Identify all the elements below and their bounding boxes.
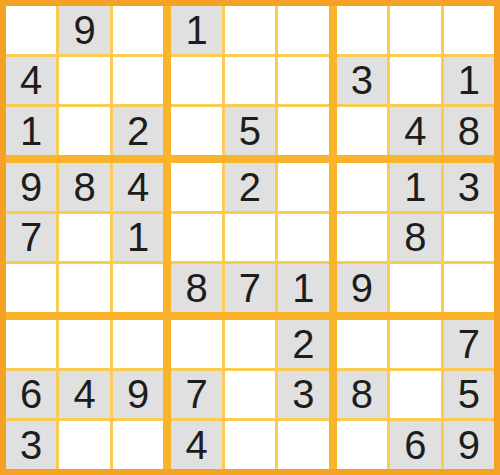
cell-r4c7[interactable] xyxy=(337,163,387,211)
cell-r5c3: 1 xyxy=(113,214,163,262)
cell-r5c9[interactable] xyxy=(444,214,494,262)
block-r1c2: 15 xyxy=(171,6,328,155)
cell-r9c6[interactable] xyxy=(278,421,328,469)
cell-r3c8: 4 xyxy=(390,107,440,155)
cell-r5c6[interactable] xyxy=(278,214,328,262)
cell-r2c8[interactable] xyxy=(390,57,440,105)
cell-r4c4[interactable] xyxy=(171,163,221,211)
cell-r9c4: 4 xyxy=(171,421,221,469)
cell-r1c1[interactable] xyxy=(6,6,56,54)
cell-r6c3[interactable] xyxy=(113,264,163,312)
cell-r3c9: 8 xyxy=(444,107,494,155)
cell-r7c6: 2 xyxy=(278,320,328,368)
cell-r9c2[interactable] xyxy=(59,421,109,469)
cell-r3c6[interactable] xyxy=(278,107,328,155)
cell-r7c9: 7 xyxy=(444,320,494,368)
cell-r6c4: 8 xyxy=(171,264,221,312)
cell-r1c3[interactable] xyxy=(113,6,163,54)
cell-r3c4[interactable] xyxy=(171,107,221,155)
cell-r1c5[interactable] xyxy=(225,6,275,54)
cell-r3c5: 5 xyxy=(225,107,275,155)
cell-r8c8[interactable] xyxy=(390,371,440,419)
cell-r8c3: 9 xyxy=(113,371,163,419)
cell-r1c6[interactable] xyxy=(278,6,328,54)
cell-r8c9: 5 xyxy=(444,371,494,419)
cell-r7c4[interactable] xyxy=(171,320,221,368)
cell-r8c2: 4 xyxy=(59,371,109,419)
cell-r2c9: 1 xyxy=(444,57,494,105)
cell-r6c6: 1 xyxy=(278,264,328,312)
cell-r4c9: 3 xyxy=(444,163,494,211)
cell-r8c5[interactable] xyxy=(225,371,275,419)
cell-r4c6[interactable] xyxy=(278,163,328,211)
block-r3c1: 6493 xyxy=(6,320,163,469)
cell-r1c9[interactable] xyxy=(444,6,494,54)
block-r3c3: 78569 xyxy=(337,320,494,469)
cell-r4c2: 8 xyxy=(59,163,109,211)
cell-r1c8[interactable] xyxy=(390,6,440,54)
sudoku-board: 941215314898471287113896493273478569 xyxy=(0,0,500,475)
block-r2c1: 98471 xyxy=(6,163,163,312)
cell-r7c3[interactable] xyxy=(113,320,163,368)
cell-r1c4: 1 xyxy=(171,6,221,54)
cell-r9c9: 9 xyxy=(444,421,494,469)
cell-r8c7: 8 xyxy=(337,371,387,419)
cell-r6c9[interactable] xyxy=(444,264,494,312)
block-r1c3: 3148 xyxy=(337,6,494,155)
cell-r9c3[interactable] xyxy=(113,421,163,469)
cell-r3c3: 2 xyxy=(113,107,163,155)
cell-r8c1: 6 xyxy=(6,371,56,419)
cell-r2c3[interactable] xyxy=(113,57,163,105)
cell-r5c7[interactable] xyxy=(337,214,387,262)
cell-r3c1: 1 xyxy=(6,107,56,155)
cell-r5c8: 8 xyxy=(390,214,440,262)
cell-r5c1: 7 xyxy=(6,214,56,262)
cell-r9c5[interactable] xyxy=(225,421,275,469)
cell-r7c5[interactable] xyxy=(225,320,275,368)
cell-r7c8[interactable] xyxy=(390,320,440,368)
cell-r6c8[interactable] xyxy=(390,264,440,312)
cell-r9c1: 3 xyxy=(6,421,56,469)
cell-r2c2[interactable] xyxy=(59,57,109,105)
cell-r9c7[interactable] xyxy=(337,421,387,469)
cell-r5c4[interactable] xyxy=(171,214,221,262)
cell-r8c6: 3 xyxy=(278,371,328,419)
cell-r6c7: 9 xyxy=(337,264,387,312)
cell-r7c7[interactable] xyxy=(337,320,387,368)
cell-r4c5: 2 xyxy=(225,163,275,211)
cell-r7c1[interactable] xyxy=(6,320,56,368)
block-r1c1: 9412 xyxy=(6,6,163,155)
cell-r6c5: 7 xyxy=(225,264,275,312)
cell-r1c2: 9 xyxy=(59,6,109,54)
cell-r3c7[interactable] xyxy=(337,107,387,155)
cell-r6c2[interactable] xyxy=(59,264,109,312)
cell-r7c2[interactable] xyxy=(59,320,109,368)
cell-r2c7: 3 xyxy=(337,57,387,105)
cell-r5c2[interactable] xyxy=(59,214,109,262)
block-r2c2: 2871 xyxy=(171,163,328,312)
cell-r4c3: 4 xyxy=(113,163,163,211)
cell-r9c8: 6 xyxy=(390,421,440,469)
block-r3c2: 2734 xyxy=(171,320,328,469)
cell-r2c4[interactable] xyxy=(171,57,221,105)
cell-r2c5[interactable] xyxy=(225,57,275,105)
block-r2c3: 1389 xyxy=(337,163,494,312)
cell-r3c2[interactable] xyxy=(59,107,109,155)
cell-r8c4: 7 xyxy=(171,371,221,419)
cell-r1c7[interactable] xyxy=(337,6,387,54)
cell-r6c1[interactable] xyxy=(6,264,56,312)
cell-r4c8: 1 xyxy=(390,163,440,211)
cell-r2c6[interactable] xyxy=(278,57,328,105)
cell-r4c1: 9 xyxy=(6,163,56,211)
cell-r5c5[interactable] xyxy=(225,214,275,262)
cell-r2c1: 4 xyxy=(6,57,56,105)
